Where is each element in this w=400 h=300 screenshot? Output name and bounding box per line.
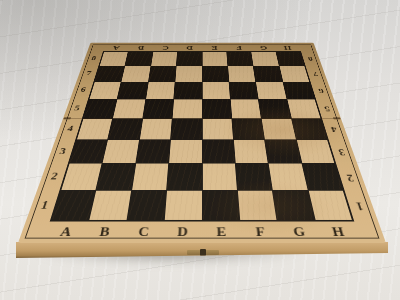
square-g6[interactable] <box>256 82 286 99</box>
square-c4[interactable] <box>140 119 172 140</box>
file-label-bottom-e: E <box>202 223 242 240</box>
brass-clasp-icon <box>187 250 219 255</box>
file-labels-bottom: ABCDEFGH <box>44 223 360 240</box>
square-b3[interactable] <box>103 140 139 163</box>
square-h8[interactable] <box>276 52 304 66</box>
square-b8[interactable] <box>125 52 152 66</box>
file-label-bottom-f: F <box>240 223 281 240</box>
file-label-top-g: G <box>250 45 276 52</box>
square-d8[interactable] <box>177 52 202 66</box>
desk-surface: ABCDEFGH ABCDEFGH 12345678 12345678 <box>0 0 400 300</box>
square-d2[interactable] <box>167 164 201 190</box>
square-a1[interactable] <box>52 190 96 219</box>
square-e6[interactable] <box>202 82 230 99</box>
square-c8[interactable] <box>151 52 177 66</box>
square-d1[interactable] <box>165 190 202 219</box>
square-h2[interactable] <box>302 164 342 190</box>
square-g1[interactable] <box>273 190 314 219</box>
square-b5[interactable] <box>113 100 145 119</box>
square-e1[interactable] <box>202 190 239 219</box>
square-b7[interactable] <box>122 66 151 81</box>
square-a8[interactable] <box>100 52 128 66</box>
square-e8[interactable] <box>202 52 227 66</box>
file-label-bottom-a: A <box>44 223 88 240</box>
square-f6[interactable] <box>229 82 258 99</box>
board-perspective-wrap: ABCDEFGH ABCDEFGH 12345678 12345678 <box>18 43 386 243</box>
square-f1[interactable] <box>238 190 277 219</box>
file-label-top-c: C <box>152 45 177 52</box>
square-f2[interactable] <box>236 164 272 190</box>
square-g8[interactable] <box>251 52 278 66</box>
square-f5[interactable] <box>231 100 261 119</box>
file-label-top-f: F <box>226 45 251 52</box>
square-g7[interactable] <box>254 66 283 81</box>
square-h7[interactable] <box>279 66 309 81</box>
square-f4[interactable] <box>232 119 264 140</box>
file-label-top-d: D <box>177 45 202 52</box>
square-c2[interactable] <box>132 164 168 190</box>
square-e7[interactable] <box>202 66 228 81</box>
square-f8[interactable] <box>227 52 253 66</box>
square-h4[interactable] <box>292 119 327 140</box>
file-label-top-a: A <box>103 45 129 52</box>
square-b1[interactable] <box>90 190 131 219</box>
square-d6[interactable] <box>174 82 202 99</box>
square-a3[interactable] <box>70 140 108 163</box>
square-c1[interactable] <box>127 190 166 219</box>
file-labels-top: ABCDEFGH <box>103 45 301 52</box>
square-g5[interactable] <box>259 100 291 119</box>
square-c5[interactable] <box>143 100 173 119</box>
file-label-bottom-h: H <box>317 223 361 240</box>
square-a2[interactable] <box>61 164 101 190</box>
square-d4[interactable] <box>171 119 202 140</box>
square-d5[interactable] <box>173 100 202 119</box>
square-e4[interactable] <box>202 119 233 140</box>
square-a6[interactable] <box>89 82 120 99</box>
square-d3[interactable] <box>169 140 201 163</box>
square-e5[interactable] <box>202 100 231 119</box>
square-h5[interactable] <box>287 100 320 119</box>
square-h3[interactable] <box>297 140 335 163</box>
board-grid <box>50 51 355 221</box>
file-label-top-e: E <box>202 45 227 52</box>
file-label-bottom-c: C <box>123 223 164 240</box>
square-c6[interactable] <box>146 82 175 99</box>
file-label-bottom-d: D <box>162 223 202 240</box>
square-e3[interactable] <box>202 140 234 163</box>
file-label-bottom-b: B <box>83 223 125 240</box>
square-c7[interactable] <box>149 66 176 81</box>
square-f7[interactable] <box>228 66 255 81</box>
square-g2[interactable] <box>269 164 307 190</box>
square-g4[interactable] <box>262 119 296 140</box>
square-d7[interactable] <box>175 66 201 81</box>
square-e2[interactable] <box>202 164 236 190</box>
square-b2[interactable] <box>97 164 135 190</box>
square-f3[interactable] <box>234 140 268 163</box>
square-b4[interactable] <box>108 119 142 140</box>
chess-board: ABCDEFGH ABCDEFGH 12345678 12345678 <box>18 43 386 243</box>
square-c3[interactable] <box>136 140 170 163</box>
square-h6[interactable] <box>283 82 314 99</box>
square-b6[interactable] <box>118 82 148 99</box>
square-a4[interactable] <box>77 119 112 140</box>
file-label-bottom-g: G <box>278 223 320 240</box>
square-g3[interactable] <box>265 140 301 163</box>
square-a5[interactable] <box>84 100 117 119</box>
square-h1[interactable] <box>308 190 352 219</box>
file-label-top-h: H <box>275 45 301 52</box>
square-a7[interactable] <box>95 66 125 81</box>
file-label-top-b: B <box>128 45 154 52</box>
